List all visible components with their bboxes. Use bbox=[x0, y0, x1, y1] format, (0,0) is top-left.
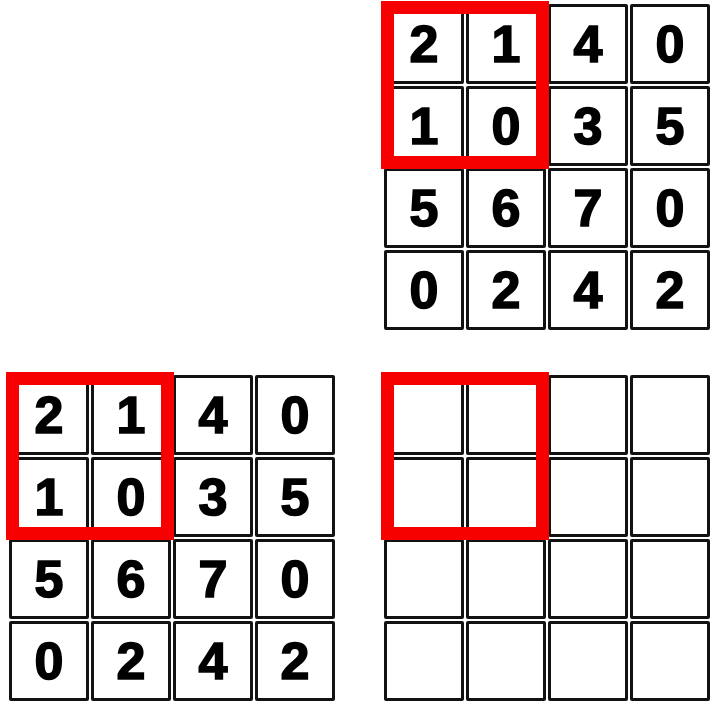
grid-cell-r4c3: 4 bbox=[548, 250, 628, 330]
grid-cell-r2c4: 5 bbox=[255, 457, 335, 537]
grid-cell-r3c2: 6 bbox=[466, 168, 546, 248]
grid-cell-r3c2: 6 bbox=[91, 539, 171, 619]
grid-cell-r2c4 bbox=[630, 457, 710, 537]
grid-cell-r4c2: 2 bbox=[91, 621, 171, 701]
grid-cell-r1c1 bbox=[384, 375, 464, 455]
grid-cell-r2c1 bbox=[384, 457, 464, 537]
grid-cell-r3c2 bbox=[466, 539, 546, 619]
grid-cell-r1c2: 1 bbox=[91, 375, 171, 455]
grid-cell-r4c4: 2 bbox=[630, 250, 710, 330]
grid-cell-r2c2: 0 bbox=[91, 457, 171, 537]
grid-cell-r3c3 bbox=[548, 539, 628, 619]
grid-cell-r2c3: 3 bbox=[173, 457, 253, 537]
grid-cell-r2c4: 5 bbox=[630, 86, 710, 166]
grid-cell-r4c3: 4 bbox=[173, 621, 253, 701]
grid-cell-r4c4 bbox=[630, 621, 710, 701]
grid-cell-r1c4 bbox=[630, 375, 710, 455]
grid-cell-r1c4: 0 bbox=[630, 4, 710, 84]
number-grid-source-bottom-left: 2140103556700242 bbox=[9, 375, 335, 701]
grid-cell-r1c2: 1 bbox=[466, 4, 546, 84]
grid-cell-r4c2 bbox=[466, 621, 546, 701]
number-grid-source-top-right: 2140103556700242 bbox=[384, 4, 710, 330]
grid-cell-r2c1: 1 bbox=[9, 457, 89, 537]
grid-cell-r3c1: 5 bbox=[384, 168, 464, 248]
grid-cell-r1c4: 0 bbox=[255, 375, 335, 455]
grid-cell-r1c3 bbox=[548, 375, 628, 455]
grid-cell-r3c1 bbox=[384, 539, 464, 619]
grid-cell-r3c4 bbox=[630, 539, 710, 619]
grid-cell-r2c2: 0 bbox=[466, 86, 546, 166]
grid-cell-r2c3: 3 bbox=[548, 86, 628, 166]
grid-cell-r4c4: 2 bbox=[255, 621, 335, 701]
grid-cell-r2c3 bbox=[548, 457, 628, 537]
grid-cell-r2c2 bbox=[466, 457, 546, 537]
grid-cell-r3c1: 5 bbox=[9, 539, 89, 619]
grid-cell-r1c2 bbox=[466, 375, 546, 455]
grid-cell-r4c1: 0 bbox=[384, 250, 464, 330]
grid-cell-r2c1: 1 bbox=[384, 86, 464, 166]
grid-cell-r4c1 bbox=[384, 621, 464, 701]
grid-cell-r3c4: 0 bbox=[255, 539, 335, 619]
grid-cell-r1c3: 4 bbox=[173, 375, 253, 455]
grid-cell-r3c3: 7 bbox=[548, 168, 628, 248]
grid-cell-r4c2: 2 bbox=[466, 250, 546, 330]
grid-cell-r1c1: 2 bbox=[9, 375, 89, 455]
grid-cell-r4c1: 0 bbox=[9, 621, 89, 701]
grid-cell-r1c3: 4 bbox=[548, 4, 628, 84]
grid-cell-r3c4: 0 bbox=[630, 168, 710, 248]
grid-cell-r3c3: 7 bbox=[173, 539, 253, 619]
grid-cell-r1c1: 2 bbox=[384, 4, 464, 84]
number-grid-answer-bottom-right bbox=[384, 375, 710, 701]
grid-cell-r4c3 bbox=[548, 621, 628, 701]
